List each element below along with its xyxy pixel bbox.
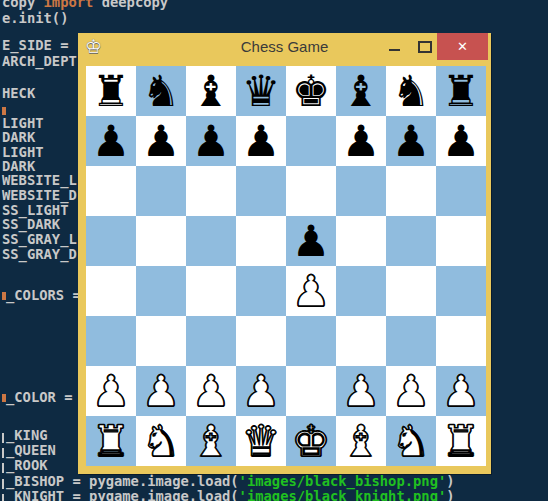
square-h7[interactable]: ♟: [436, 116, 486, 166]
square-h6[interactable]: [436, 166, 486, 216]
code-text: e.init(): [2, 10, 68, 26]
piece-white-pawn[interactable]: ♟: [92, 366, 131, 416]
piece-black-pawn[interactable]: ♟: [342, 116, 381, 166]
code-text: WEBSITE_L: [2, 172, 77, 188]
piece-black-rook[interactable]: ♜: [442, 66, 481, 116]
square-d8[interactable]: ♛: [236, 66, 286, 116]
code-line: ARCH_DEPT: [2, 54, 77, 69]
code-line: _ROOK =: [2, 458, 89, 473]
square-d6[interactable]: [236, 166, 286, 216]
code-line: SS_GRAY_D: [2, 247, 77, 262]
code-line: HECK: [2, 86, 35, 101]
square-b5[interactable]: [136, 216, 186, 266]
square-a1[interactable]: ♜: [86, 416, 136, 466]
square-a5[interactable]: [86, 216, 136, 266]
square-e7[interactable]: [286, 116, 336, 166]
square-d7[interactable]: ♟: [236, 116, 286, 166]
square-c8[interactable]: ♝: [186, 66, 236, 116]
square-c4[interactable]: [186, 266, 236, 316]
square-b4[interactable]: [136, 266, 186, 316]
piece-black-knight[interactable]: ♞: [142, 66, 181, 116]
code-text: pygame.image.load(: [81, 488, 239, 501]
piece-white-knight[interactable]: ♞: [392, 416, 431, 466]
piece-black-bishop[interactable]: ♝: [192, 66, 231, 116]
square-a2[interactable]: ♟: [86, 366, 136, 416]
square-c3[interactable]: [186, 316, 236, 366]
square-h1[interactable]: ♜: [436, 416, 486, 466]
square-c6[interactable]: [186, 166, 236, 216]
square-g4[interactable]: [386, 266, 436, 316]
code-line: DARK: [2, 130, 35, 145]
piece-white-rook[interactable]: ♜: [92, 416, 131, 466]
square-h4[interactable]: [436, 266, 486, 316]
code-line: copy import deepcopy: [2, 0, 168, 10]
code-text: pygame.image.load(: [81, 473, 239, 489]
square-a6[interactable]: [86, 166, 136, 216]
code-line: _BISHOP = pygame.image.load('images/blac…: [2, 474, 455, 489]
piece-black-knight[interactable]: ♞: [392, 66, 431, 116]
maximize-button[interactable]: [418, 41, 432, 53]
square-b6[interactable]: [136, 166, 186, 216]
square-e2[interactable]: [286, 366, 336, 416]
square-d5[interactable]: [236, 216, 286, 266]
square-f5[interactable]: [336, 216, 386, 266]
square-g1[interactable]: ♞: [386, 416, 436, 466]
piece-white-queen[interactable]: ♛: [242, 416, 281, 466]
square-e4[interactable]: ♟: [286, 266, 336, 316]
square-f7[interactable]: ♟: [336, 116, 386, 166]
square-c1[interactable]: ♝: [186, 416, 236, 466]
square-g7[interactable]: ♟: [386, 116, 436, 166]
square-b1[interactable]: ♞: [136, 416, 186, 466]
chess-board: ♜♞♝♛♚♝♞♜♟♟♟♟♟♟♟♟♟♟♟♟♟♟♟♟♜♞♝♛♚♝♞♜: [86, 66, 486, 466]
piece-white-rook[interactable]: ♜: [442, 416, 481, 466]
square-h2[interactable]: ♟: [436, 366, 486, 416]
code-text: SS_GRAY_L: [2, 231, 77, 247]
square-h3[interactable]: [436, 316, 486, 366]
minimize-button[interactable]: [389, 49, 400, 51]
code-text: _COLOR =: [6, 389, 72, 405]
square-c7[interactable]: ♟: [186, 116, 236, 166]
piece-white-pawn[interactable]: ♟: [242, 366, 281, 416]
square-f3[interactable]: [336, 316, 386, 366]
code-fragment: [2, 494, 4, 501]
square-g3[interactable]: [386, 316, 436, 366]
square-a3[interactable]: [86, 316, 136, 366]
piece-black-rook[interactable]: ♜: [92, 66, 131, 116]
square-h5[interactable]: [436, 216, 486, 266]
code-line: _COLOR =: [2, 390, 72, 405]
code-text: _BISHOP =: [6, 473, 81, 489]
code-text: copy: [2, 0, 44, 10]
code-fragment: [2, 479, 4, 489]
square-d1[interactable]: ♛: [236, 416, 286, 466]
code-line: SS_GRAY_L: [2, 232, 77, 247]
square-g6[interactable]: [386, 166, 436, 216]
code-fragment: [2, 433, 4, 443]
code-text: E_SIDE =: [2, 37, 68, 53]
code-fragment: [2, 107, 6, 115]
code-fragment: [2, 448, 4, 458]
square-b3[interactable]: [136, 316, 186, 366]
piece-black-king[interactable]: ♚: [292, 66, 331, 116]
code-text: SS_DARK: [2, 216, 60, 232]
code-line: WEBSITE_D: [2, 188, 77, 203]
piece-white-bishop[interactable]: ♝: [342, 416, 381, 466]
code-text: _KING =: [6, 427, 89, 443]
square-d2[interactable]: ♟: [236, 366, 286, 416]
code-line: e.init(): [2, 11, 68, 26]
close-button[interactable]: ✕: [437, 33, 488, 60]
code-line: WEBSITE_L: [2, 173, 77, 188]
code-text: ARCH_DEPT: [2, 53, 77, 69]
square-e1[interactable]: ♚: [286, 416, 336, 466]
code-line: SS_DARK: [2, 217, 60, 232]
code-text: DARK: [2, 129, 35, 145]
square-e8[interactable]: ♚: [286, 66, 336, 116]
square-e6[interactable]: [286, 166, 336, 216]
square-a7[interactable]: ♟: [86, 116, 136, 166]
code-line: E_SIDE =: [2, 38, 68, 53]
piece-white-pawn[interactable]: ♟: [342, 366, 381, 416]
code-text: 'images/black_knight.png': [239, 488, 447, 501]
code-text: _QUEEN =: [6, 442, 89, 458]
code-text: _KNIGHT =: [6, 488, 81, 501]
square-h8[interactable]: ♜: [436, 66, 486, 116]
code-text: _ROOK =: [6, 457, 89, 473]
square-f4[interactable]: [336, 266, 386, 316]
square-e3[interactable]: [286, 316, 336, 366]
code-line: _KING =: [2, 428, 89, 443]
piece-white-pawn[interactable]: ♟: [392, 366, 431, 416]
square-c5[interactable]: [186, 216, 236, 266]
square-d4[interactable]: [236, 266, 286, 316]
piece-white-pawn[interactable]: ♟: [192, 366, 231, 416]
code-line: _COLORS =: [2, 288, 81, 303]
square-g2[interactable]: ♟: [386, 366, 436, 416]
square-g8[interactable]: ♞: [386, 66, 436, 116]
square-f2[interactable]: ♟: [336, 366, 386, 416]
code-text: ): [446, 488, 454, 501]
code-text: 'images/black_bishop.png': [239, 473, 447, 489]
piece-black-pawn[interactable]: ♟: [292, 216, 331, 266]
piece-black-pawn[interactable]: ♟: [242, 116, 281, 166]
piece-black-pawn[interactable]: ♟: [392, 116, 431, 166]
window-titlebar[interactable]: ♔ Chess Game ✕: [78, 33, 491, 60]
square-b7[interactable]: ♟: [136, 116, 186, 166]
piece-black-pawn[interactable]: ♟: [92, 116, 131, 166]
code-text: deepcopy: [93, 0, 168, 10]
square-a4[interactable]: [86, 266, 136, 316]
square-f6[interactable]: [336, 166, 386, 216]
piece-black-queen[interactable]: ♛: [242, 66, 281, 116]
square-c2[interactable]: ♟: [186, 366, 236, 416]
piece-white-king[interactable]: ♚: [292, 416, 331, 466]
square-e5[interactable]: ♟: [286, 216, 336, 266]
code-fragment: [2, 463, 4, 473]
piece-white-pawn[interactable]: ♟: [442, 366, 481, 416]
square-g5[interactable]: [386, 216, 436, 266]
piece-white-pawn[interactable]: ♟: [142, 366, 181, 416]
piece-black-bishop[interactable]: ♝: [342, 66, 381, 116]
square-b8[interactable]: ♞: [136, 66, 186, 116]
code-line: _KNIGHT = pygame.image.load('images/blac…: [2, 489, 455, 501]
code-text: HECK: [2, 85, 35, 101]
square-d3[interactable]: [236, 316, 286, 366]
code-text: WEBSITE_D: [2, 187, 77, 203]
piece-black-pawn[interactable]: ♟: [442, 116, 481, 166]
square-b2[interactable]: ♟: [136, 366, 186, 416]
code-line: _QUEEN =: [2, 443, 89, 458]
piece-white-pawn[interactable]: ♟: [292, 266, 331, 316]
square-a8[interactable]: ♜: [86, 66, 136, 116]
piece-black-pawn[interactable]: ♟: [142, 116, 181, 166]
code-text: _COLORS =: [6, 287, 81, 303]
code-text: SS_GRAY_D: [2, 246, 77, 262]
piece-black-pawn[interactable]: ♟: [192, 116, 231, 166]
square-f8[interactable]: ♝: [336, 66, 386, 116]
square-f1[interactable]: ♝: [336, 416, 386, 466]
piece-white-knight[interactable]: ♞: [142, 416, 181, 466]
chess-game-window: ♔ Chess Game ✕ ♜♞♝♛♚♝♞♜♟♟♟♟♟♟♟♟♟♟♟♟♟♟♟♟♜…: [78, 33, 491, 474]
piece-white-bishop[interactable]: ♝: [192, 416, 231, 466]
code-text: import: [44, 0, 94, 10]
code-text: ): [446, 473, 454, 489]
